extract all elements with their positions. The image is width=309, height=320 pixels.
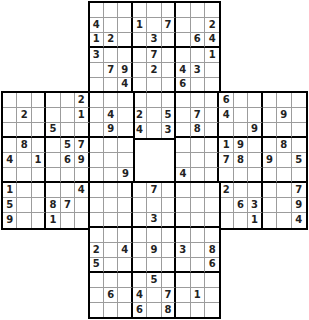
cell-r14c9[interactable] [133, 213, 147, 228]
cell-r7c20[interactable] [292, 108, 306, 123]
cell-r6c0[interactable] [3, 93, 17, 108]
given-digit: 2 [223, 185, 230, 195]
given-digit: 7 [150, 185, 157, 195]
cell-r5c10[interactable] [147, 78, 161, 93]
cell-r18c14[interactable] [205, 273, 219, 288]
cell-r7c4[interactable] [61, 108, 75, 123]
cell-r4c12[interactable]: 4 [176, 63, 190, 78]
cell-r10c6[interactable] [90, 153, 104, 168]
cell-r8c15[interactable] [219, 123, 233, 138]
cell-r14c4[interactable] [61, 213, 75, 228]
cell-r0c12[interactable] [176, 3, 190, 18]
cell-r17c13[interactable] [191, 258, 205, 273]
cell-r8c18[interactable] [263, 123, 277, 138]
given-digit: 4 [179, 169, 186, 179]
cell-r18c7[interactable] [104, 273, 118, 288]
given-digit: 3 [194, 65, 201, 75]
cell-r13c8[interactable] [118, 198, 132, 213]
cell-r12c2[interactable] [32, 183, 46, 198]
cell-r19c10[interactable] [147, 288, 161, 303]
cell-r18c10[interactable]: 5 [147, 273, 161, 288]
cell-r20c10[interactable] [147, 303, 161, 318]
given-digit: 9 [280, 110, 287, 120]
cell-r1c8[interactable] [118, 18, 132, 33]
cell-r7c6[interactable] [90, 108, 104, 123]
cell-r18c13[interactable] [191, 273, 205, 288]
cell-r11c16[interactable] [234, 168, 248, 183]
cell-r2c8[interactable] [118, 33, 132, 48]
cell-r8c4[interactable] [61, 123, 75, 138]
cell-r7c15[interactable]: 4 [219, 108, 233, 123]
cell-r3c7[interactable] [104, 48, 118, 63]
cell-r12c11[interactable] [162, 183, 176, 198]
given-digit: 5 [295, 155, 302, 165]
cell-r13c0[interactable]: 5 [3, 198, 17, 213]
cell-r20c9[interactable]: 6 [133, 303, 147, 318]
cell-r3c8[interactable] [118, 48, 132, 63]
cell-r16c8[interactable]: 4 [118, 243, 132, 258]
cell-r13c2[interactable] [32, 198, 46, 213]
cell-r20c6[interactable] [90, 303, 104, 318]
cell-r12c19[interactable] [277, 183, 291, 198]
cell-r9c17[interactable] [248, 138, 262, 153]
cell-r18c12[interactable] [176, 273, 190, 288]
cell-r9c8[interactable] [118, 138, 132, 153]
cell-r17c7[interactable] [104, 258, 118, 273]
cell-r10c7[interactable] [104, 153, 118, 168]
cell-r7c5[interactable]: 1 [75, 108, 89, 123]
cell-r14c17[interactable]: 1 [248, 213, 262, 228]
cell-r2c13[interactable]: 6 [191, 33, 205, 48]
cell-r11c20[interactable] [292, 168, 306, 183]
cell-r7c18[interactable] [263, 108, 277, 123]
cell-r14c1[interactable] [17, 213, 31, 228]
given-digit: 2 [136, 110, 143, 120]
cell-r4c11[interactable] [162, 63, 176, 78]
given-digit: 9 [237, 140, 244, 150]
given-digit: 9 [121, 65, 128, 75]
cell-r14c10[interactable]: 3 [147, 213, 161, 228]
cell-r6c18[interactable] [263, 93, 277, 108]
cell-r6c2[interactable] [32, 93, 46, 108]
cell-r11c2[interactable] [32, 168, 46, 183]
given-digit: 9 [251, 124, 258, 134]
cell-r13c17[interactable]: 3 [248, 198, 262, 213]
cell-r20c11[interactable]: 8 [162, 303, 176, 318]
cell-r15c10[interactable] [147, 228, 161, 243]
cell-r13c4[interactable]: 7 [61, 198, 75, 213]
cell-r10c12[interactable] [176, 153, 190, 168]
cell-r11c4[interactable] [61, 168, 75, 183]
cell-r9c15[interactable]: 1 [219, 138, 233, 153]
cell-r6c19[interactable] [277, 93, 291, 108]
cell-r17c6[interactable]: 5 [90, 258, 104, 273]
cell-r3c6[interactable]: 3 [90, 48, 104, 63]
cell-r19c13[interactable]: 1 [191, 288, 205, 303]
cell-r14c2[interactable] [32, 213, 46, 228]
cell-r2c10[interactable]: 3 [147, 33, 161, 48]
cell-r9c2[interactable] [32, 138, 46, 153]
cell-r12c0[interactable]: 1 [3, 183, 17, 198]
cell-r20c8[interactable] [118, 303, 132, 318]
cell-r9c18[interactable] [263, 138, 277, 153]
cell-r9c4[interactable]: 5 [61, 138, 75, 153]
cell-r11c19[interactable] [277, 168, 291, 183]
cell-r2c11[interactable] [162, 33, 176, 48]
cell-r14c8[interactable] [118, 213, 132, 228]
cell-r8c12[interactable] [176, 123, 190, 138]
cell-r10c3[interactable] [46, 153, 60, 168]
cell-r4c13[interactable]: 3 [191, 63, 205, 78]
cell-r7c17[interactable] [248, 108, 262, 123]
cell-r2c7[interactable]: 2 [104, 33, 118, 48]
cell-r12c4[interactable] [61, 183, 75, 198]
cell-r4c8[interactable]: 9 [118, 63, 132, 78]
cell-r6c6[interactable] [90, 93, 104, 108]
cell-r20c14[interactable] [205, 303, 219, 318]
cell-r9c6[interactable] [90, 138, 104, 153]
given-digit: 3 [164, 125, 171, 135]
cell-r12c16[interactable] [234, 183, 248, 198]
cell-r11c1[interactable] [17, 168, 31, 183]
cell-r8c17[interactable]: 9 [248, 123, 262, 138]
given-digit: 8 [21, 140, 28, 150]
cell-r7c7[interactable]: 4 [104, 108, 118, 123]
cell-r8c7[interactable]: 9 [104, 123, 118, 138]
cell-r13c6[interactable] [90, 198, 104, 213]
given-digit: 5 [6, 200, 13, 210]
cell-r0c13[interactable] [191, 3, 205, 18]
cell-r4c14[interactable] [205, 63, 219, 78]
cell-r16c10[interactable]: 9 [147, 243, 161, 258]
cell-r16c7[interactable] [104, 243, 118, 258]
cell-r7c10[interactable] [147, 108, 161, 123]
cell-r18c6[interactable] [90, 273, 104, 288]
cell-r10c13[interactable] [191, 153, 205, 168]
cell-r8c3[interactable]: 5 [46, 123, 60, 138]
cell-r8c8[interactable] [118, 123, 132, 138]
cell-r0c7[interactable] [104, 3, 118, 18]
cell-r15c12[interactable] [176, 228, 190, 243]
cell-r9c3[interactable] [46, 138, 60, 153]
cell-r8c19[interactable] [277, 123, 291, 138]
cell-r3c9[interactable] [133, 48, 147, 63]
cell-r13c19[interactable] [277, 198, 291, 213]
cell-r14c16[interactable] [234, 213, 248, 228]
cell-r8c14[interactable] [205, 123, 219, 138]
cell-r13c14[interactable] [205, 198, 219, 213]
cell-r10c8[interactable] [118, 153, 132, 168]
cell-r6c4[interactable] [61, 93, 75, 108]
cell-r1c14[interactable]: 2 [205, 18, 219, 33]
cell-r8c2[interactable] [32, 123, 46, 138]
given-digit: 4 [209, 34, 216, 44]
cell-r9c0[interactable] [3, 138, 17, 153]
cell-r12c20[interactable]: 7 [292, 183, 306, 198]
cell-r15c6[interactable] [90, 228, 104, 243]
given-digit: 2 [78, 95, 85, 105]
cell-r16c14[interactable]: 8 [205, 243, 219, 258]
cell-r19c6[interactable] [90, 288, 104, 303]
cell-r9c13[interactable] [191, 138, 205, 153]
cell-r12c13[interactable] [191, 183, 205, 198]
cell-r10c20[interactable]: 5 [292, 153, 306, 168]
cell-r1c11[interactable]: 7 [162, 18, 176, 33]
cell-r10c15[interactable]: 7 [219, 153, 233, 168]
cell-r1c6[interactable]: 4 [90, 18, 104, 33]
cell-r10c17[interactable] [248, 153, 262, 168]
cell-r19c12[interactable] [176, 288, 190, 303]
cell-r12c10[interactable]: 7 [147, 183, 161, 198]
cell-r10c18[interactable]: 9 [263, 153, 277, 168]
cell-r13c15[interactable] [219, 198, 233, 213]
cell-r13c20[interactable]: 9 [292, 198, 306, 213]
cell-r1c7[interactable] [104, 18, 118, 33]
cell-r19c8[interactable] [118, 288, 132, 303]
cell-r6c7[interactable] [104, 93, 118, 108]
cell-r9c12[interactable] [176, 138, 190, 153]
cell-r7c16[interactable] [234, 108, 248, 123]
given-digit: 7 [78, 140, 85, 150]
cell-r6c17[interactable] [248, 93, 262, 108]
cell-r12c12[interactable] [176, 183, 190, 198]
cell-r19c9[interactable]: 4 [133, 288, 147, 303]
given-digit: 8 [49, 200, 56, 210]
cell-r8c0[interactable] [3, 123, 17, 138]
cell-r13c3[interactable]: 8 [46, 198, 60, 213]
cell-r9c14[interactable] [205, 138, 219, 153]
cell-r1c13[interactable] [191, 18, 205, 33]
cell-r0c6[interactable] [90, 3, 104, 18]
cell-r9c1[interactable]: 8 [17, 138, 31, 153]
cell-r12c14[interactable] [205, 183, 219, 198]
cell-r8c16[interactable] [234, 123, 248, 138]
cell-r5c9[interactable] [133, 78, 147, 93]
cell-r19c14[interactable] [205, 288, 219, 303]
cell-r20c12[interactable] [176, 303, 190, 318]
cell-r6c3[interactable] [46, 93, 60, 108]
cell-r1c12[interactable] [176, 18, 190, 33]
cell-r10c4[interactable]: 6 [61, 153, 75, 168]
cell-r4c9[interactable] [133, 63, 147, 78]
cell-r9c5[interactable]: 7 [75, 138, 89, 153]
given-digit: 9 [6, 215, 13, 225]
cell-r6c12[interactable] [176, 93, 190, 108]
cell-r14c13[interactable] [191, 213, 205, 228]
cell-r12c9[interactable] [133, 183, 147, 198]
cell-r17c14[interactable]: 6 [205, 258, 219, 273]
cell-r8c1[interactable] [17, 123, 31, 138]
cell-r14c15[interactable] [219, 213, 233, 228]
cell-r18c11[interactable] [162, 273, 176, 288]
cell-r11c18[interactable] [263, 168, 277, 183]
given-digit: 3 [179, 245, 186, 255]
cell-r15c13[interactable] [191, 228, 205, 243]
cell-r7c19[interactable]: 9 [277, 108, 291, 123]
cell-r13c10[interactable] [147, 198, 161, 213]
cell-r10c1[interactable] [17, 153, 31, 168]
cell-r14c6[interactable] [90, 213, 104, 228]
cell-r7c8[interactable] [118, 108, 132, 123]
cell-r18c8[interactable] [118, 273, 132, 288]
cell-r4c10[interactable]: 2 [147, 63, 161, 78]
cell-r14c0[interactable]: 9 [3, 213, 17, 228]
given-digit: 1 [49, 215, 56, 225]
cell-r20c7[interactable] [104, 303, 118, 318]
cell-r13c9[interactable] [133, 198, 147, 213]
cell-r3c13[interactable] [191, 48, 205, 63]
cell-r20c13[interactable] [191, 303, 205, 318]
cell-r6c14[interactable] [205, 93, 219, 108]
cell-r10c5[interactable]: 9 [75, 153, 89, 168]
cell-r13c1[interactable] [17, 198, 31, 213]
given-digit: 8 [280, 140, 287, 150]
cell-r4c7[interactable]: 7 [104, 63, 118, 78]
cell-r14c3[interactable]: 1 [46, 213, 60, 228]
cell-r3c12[interactable] [176, 48, 190, 63]
cell-r6c13[interactable] [191, 93, 205, 108]
cell-r16c13[interactable] [191, 243, 205, 258]
given-digit: 4 [121, 79, 128, 89]
cell-r11c0[interactable] [3, 168, 17, 183]
cell-r17c9[interactable] [133, 258, 147, 273]
cell-r12c18[interactable] [263, 183, 277, 198]
cell-r8c13[interactable]: 8 [191, 123, 205, 138]
cell-r13c13[interactable] [191, 198, 205, 213]
cell-r18c9[interactable] [133, 273, 147, 288]
cell-r10c14[interactable] [205, 153, 219, 168]
cell-r17c11[interactable] [162, 258, 176, 273]
cell-r10c2[interactable]: 1 [32, 153, 46, 168]
cell-r7c1[interactable]: 2 [17, 108, 31, 123]
cell-r19c11[interactable]: 7 [162, 288, 176, 303]
cell-r14c11[interactable] [162, 213, 176, 228]
cell-r12c7[interactable] [104, 183, 118, 198]
cell-r2c12[interactable] [176, 33, 190, 48]
cell-r0c14[interactable] [205, 3, 219, 18]
cell-r1c9[interactable]: 1 [133, 18, 147, 33]
cell-r0c9[interactable] [133, 3, 147, 18]
cell-r1c10[interactable] [147, 18, 161, 33]
cell-r14c14[interactable] [205, 213, 219, 228]
cell-r14c19[interactable] [277, 213, 291, 228]
cell-r16c9[interactable] [133, 243, 147, 258]
cell-r14c7[interactable] [104, 213, 118, 228]
given-digit: 6 [237, 200, 244, 210]
cell-r13c12[interactable] [176, 198, 190, 213]
cell-r6c20[interactable] [292, 93, 306, 108]
cell-r13c16[interactable]: 6 [234, 198, 248, 213]
cell-r9c19[interactable]: 8 [277, 138, 291, 153]
cell-r12c8[interactable] [118, 183, 132, 198]
cell-r14c18[interactable] [263, 213, 277, 228]
cell-r15c8[interactable] [118, 228, 132, 243]
cell-r17c12[interactable] [176, 258, 190, 273]
cell-r6c1[interactable] [17, 93, 31, 108]
given-digit: 2 [150, 65, 157, 75]
cell-r0c11[interactable] [162, 3, 176, 18]
cell-r3c10[interactable]: 7 [147, 48, 161, 63]
cell-r11c17[interactable] [248, 168, 262, 183]
cell-r13c11[interactable] [162, 198, 176, 213]
cell-r7c9[interactable]: 2 [133, 108, 147, 123]
given-digit: 7 [164, 290, 171, 300]
cell-r12c1[interactable] [17, 183, 31, 198]
cell-r2c14[interactable]: 4 [205, 33, 219, 48]
cell-r8c20[interactable] [292, 123, 306, 138]
cell-r11c15[interactable] [219, 168, 233, 183]
cell-r15c11[interactable] [162, 228, 176, 243]
cell-r10c19[interactable] [277, 153, 291, 168]
cell-r9c20[interactable] [292, 138, 306, 153]
cell-r16c12[interactable]: 3 [176, 243, 190, 258]
cell-r15c9[interactable] [133, 228, 147, 243]
cell-r10c16[interactable]: 8 [234, 153, 248, 168]
cell-r4c6[interactable] [90, 63, 104, 78]
given-digit: 9 [150, 245, 157, 255]
cell-r12c17[interactable] [248, 183, 262, 198]
cell-r10c0[interactable]: 4 [3, 153, 17, 168]
cell-r7c0[interactable] [3, 108, 17, 123]
cell-r6c8[interactable] [118, 93, 132, 108]
given-digit: 5 [164, 110, 171, 120]
cell-r2c6[interactable]: 1 [90, 33, 104, 48]
cell-r7c12[interactable] [176, 108, 190, 123]
cell-r16c6[interactable]: 2 [90, 243, 104, 258]
cell-r6c16[interactable] [234, 93, 248, 108]
cell-r15c14[interactable] [205, 228, 219, 243]
cell-r13c7[interactable] [104, 198, 118, 213]
cell-r12c6[interactable] [90, 183, 104, 198]
cell-r6c5[interactable]: 2 [75, 93, 89, 108]
cell-r6c10[interactable] [147, 93, 161, 108]
cell-r14c12[interactable] [176, 213, 190, 228]
cell-r11c3[interactable] [46, 168, 60, 183]
cell-r3c14[interactable]: 1 [205, 48, 219, 63]
cell-r6c9[interactable] [133, 93, 147, 108]
cell-r12c15[interactable]: 2 [219, 183, 233, 198]
cell-r12c3[interactable] [46, 183, 60, 198]
cell-r13c18[interactable] [263, 198, 277, 213]
cell-r7c3[interactable] [46, 108, 60, 123]
cell-r0c8[interactable] [118, 3, 132, 18]
given-digit: 5 [93, 259, 100, 269]
cell-r8c6[interactable] [90, 123, 104, 138]
cell-r15c7[interactable] [104, 228, 118, 243]
cell-r17c8[interactable] [118, 258, 132, 273]
cell-r19c7[interactable]: 6 [104, 288, 118, 303]
cell-r8c5[interactable] [75, 123, 89, 138]
cell-r9c7[interactable] [104, 138, 118, 153]
given-digit: 2 [93, 245, 100, 255]
cell-r2c9[interactable] [133, 33, 147, 48]
cell-r7c14[interactable] [205, 108, 219, 123]
cell-r7c2[interactable] [32, 108, 46, 123]
cell-r7c13[interactable]: 7 [191, 108, 205, 123]
cell-r9c16[interactable]: 9 [234, 138, 248, 153]
cell-r17c10[interactable] [147, 258, 161, 273]
cell-r3c11[interactable] [162, 48, 176, 63]
given-digit: 3 [251, 200, 258, 210]
cell-r8c9[interactable]: 4 [133, 123, 147, 138]
given-digit: 8 [209, 245, 216, 255]
cell-r6c15[interactable]: 6 [219, 93, 233, 108]
cell-r16c11[interactable] [162, 243, 176, 258]
cell-r8c10[interactable] [147, 123, 161, 138]
cell-r0c10[interactable] [147, 3, 161, 18]
cell-r14c20[interactable]: 4 [292, 213, 306, 228]
given-digit: 1 [93, 34, 100, 44]
